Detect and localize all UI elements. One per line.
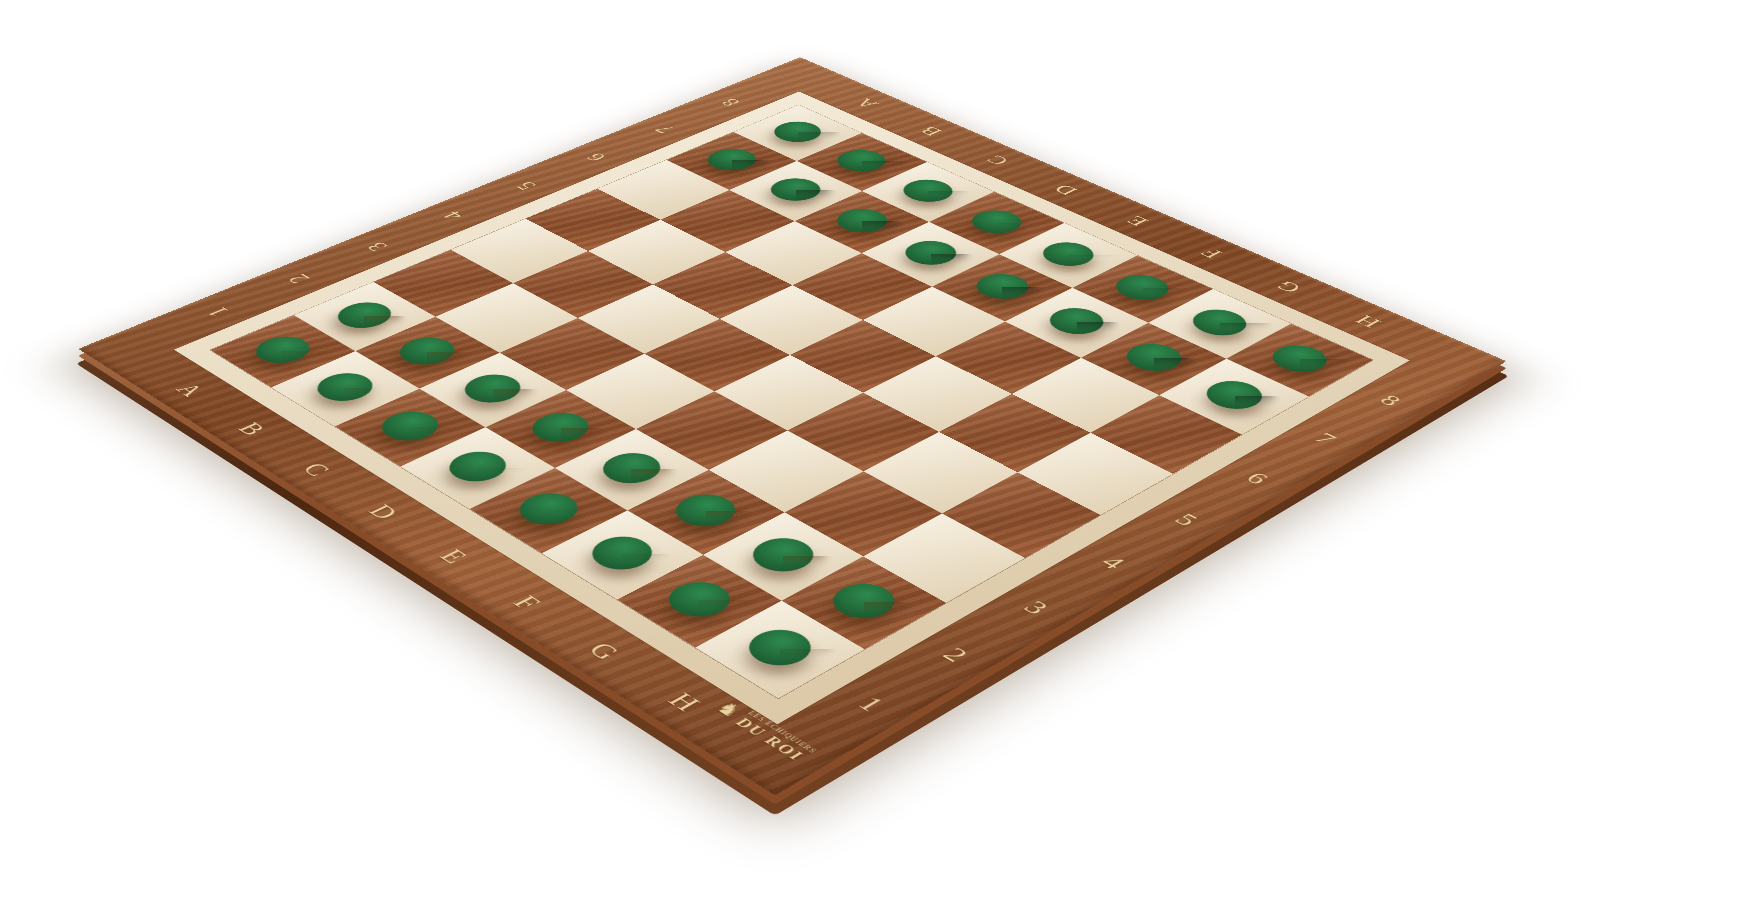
chess-board: ♜♞♝♛♚♝♞♜♟♟♟♟♟♟♟♟♟♟♟♟♟♟♟♟♜♞♝♛♚♝♞♜ ABCDEFG… (78, 57, 1506, 795)
chessboard-photo: ♜♞♝♛♚♝♞♜♟♟♟♟♟♟♟♟♟♟♟♟♟♟♟♟♜♞♝♛♚♝♞♜ ABCDEFG… (0, 0, 1752, 908)
black-pawn-icon: ♟ (1183, 303, 1286, 406)
board-surface: ♜♞♝♛♚♝♞♜♟♟♟♟♟♟♟♟♟♟♟♟♟♟♟♟♜♞♝♛♚♝♞♜ ABCDEFG… (78, 57, 1506, 795)
board-grid: ♜♞♝♛♚♝♞♜♟♟♟♟♟♟♟♟♟♟♟♟♟♟♟♟♜♞♝♛♚♝♞♜ (210, 105, 1372, 698)
white-rook-icon: ♜ (708, 516, 851, 660)
